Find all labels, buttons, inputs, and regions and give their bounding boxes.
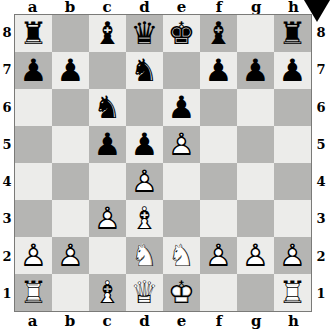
square-b7[interactable]: ♟	[52, 52, 89, 89]
piece-white-knight[interactable]: ♞♘	[126, 237, 163, 274]
square-g6[interactable]	[237, 89, 274, 126]
square-g8[interactable]	[237, 15, 274, 52]
piece-black-bishop[interactable]: ♝	[200, 15, 237, 52]
rank-label-7: 7	[0, 51, 14, 88]
rank-label-2: 2	[312, 238, 330, 275]
square-e8[interactable]: ♚	[163, 15, 200, 52]
square-c4[interactable]	[89, 163, 126, 200]
file-label-d: d	[126, 0, 163, 15]
square-f5[interactable]	[200, 126, 237, 163]
piece-white-pawn[interactable]: ♟♙	[274, 237, 311, 274]
piece-white-pawn[interactable]: ♟♙	[126, 163, 163, 200]
piece-white-rook[interactable]: ♜♖	[274, 274, 311, 311]
piece-outline-layer: ♙	[237, 237, 274, 274]
square-b6[interactable]	[52, 89, 89, 126]
rank-label-1: 1	[0, 275, 14, 312]
rank-label-4: 4	[312, 163, 330, 200]
rank-label-2: 2	[0, 238, 14, 275]
file-label-e: e	[163, 312, 200, 330]
file-label-d: d	[126, 312, 163, 330]
piece-black-pawn[interactable]: ♟	[200, 52, 237, 89]
rank-label-5: 5	[0, 126, 14, 163]
square-e1[interactable]: ♚♔	[163, 274, 200, 311]
piece-outline-layer: ♙	[163, 126, 200, 163]
file-label-a: a	[14, 0, 51, 15]
piece-white-knight[interactable]: ♞♘	[163, 237, 200, 274]
piece-outline-layer: ♙	[52, 237, 89, 274]
square-g5[interactable]	[237, 126, 274, 163]
rank-label-3: 3	[312, 200, 330, 237]
piece-white-pawn[interactable]: ♟♙	[200, 237, 237, 274]
square-b1[interactable]	[52, 274, 89, 311]
square-h7[interactable]: ♟	[274, 52, 311, 89]
piece-outline-layer: ♖	[15, 274, 52, 311]
file-label-f: f	[200, 0, 237, 15]
square-f2[interactable]: ♟♙	[200, 237, 237, 274]
square-b5[interactable]	[52, 126, 89, 163]
piece-white-pawn[interactable]: ♟♙	[52, 237, 89, 274]
square-f3[interactable]	[200, 200, 237, 237]
piece-outline-layer: ♗	[126, 200, 163, 237]
square-c2[interactable]	[89, 237, 126, 274]
piece-white-queen[interactable]: ♛♕	[126, 274, 163, 311]
piece-white-rook[interactable]: ♜♖	[15, 274, 52, 311]
black-to-move-triangle-icon	[304, 0, 330, 22]
rank-label-5: 5	[312, 126, 330, 163]
piece-outline-layer: ♕	[126, 274, 163, 311]
square-f6[interactable]	[200, 89, 237, 126]
square-e6[interactable]: ♟	[163, 89, 200, 126]
piece-white-pawn[interactable]: ♟♙	[163, 126, 200, 163]
square-f8[interactable]: ♝	[200, 15, 237, 52]
square-d1[interactable]: ♛♕	[126, 274, 163, 311]
piece-white-pawn[interactable]: ♟♙	[237, 237, 274, 274]
rank-labels-right: 87654321	[312, 14, 330, 312]
square-a6[interactable]	[15, 89, 52, 126]
square-d8[interactable]: ♛	[126, 15, 163, 52]
piece-white-bishop[interactable]: ♝♗	[126, 200, 163, 237]
file-label-b: b	[51, 312, 88, 330]
piece-white-bishop[interactable]: ♝♗	[89, 274, 126, 311]
rank-label-7: 7	[312, 51, 330, 88]
square-b8[interactable]	[52, 15, 89, 52]
file-labels-top: abcdefgh	[14, 0, 312, 15]
file-labels-bottom: abcdefgh	[14, 312, 312, 330]
square-a7[interactable]: ♟	[15, 52, 52, 89]
piece-outline-layer: ♙	[15, 237, 52, 274]
square-c5[interactable]: ♟	[89, 126, 126, 163]
file-label-a: a	[14, 312, 51, 330]
rank-label-6: 6	[0, 89, 14, 126]
rank-label-8: 8	[0, 14, 14, 51]
piece-outline-layer: ♙	[274, 237, 311, 274]
piece-black-queen[interactable]: ♛	[126, 15, 163, 52]
piece-black-pawn[interactable]: ♟	[237, 52, 274, 89]
square-a1[interactable]: ♜♖	[15, 274, 52, 311]
piece-outline-layer: ♖	[274, 274, 311, 311]
file-label-f: f	[200, 312, 237, 330]
square-e7[interactable]	[163, 52, 200, 89]
square-d7[interactable]: ♞	[126, 52, 163, 89]
rank-label-3: 3	[0, 200, 14, 237]
piece-black-pawn[interactable]: ♟	[274, 52, 311, 89]
piece-white-king[interactable]: ♚♔	[163, 274, 200, 311]
board: ♜♝♛♚♝♜♟♟♞♟♟♟♞♟♟♟♟♙♟♙♟♙♝♗♟♙♟♙♞♘♞♘♟♙♟♙♟♙♜♖…	[14, 14, 312, 312]
square-d6[interactable]	[126, 89, 163, 126]
piece-outline-layer: ♔	[163, 274, 200, 311]
square-d4[interactable]: ♟♙	[126, 163, 163, 200]
piece-outline-layer: ♘	[163, 237, 200, 274]
square-g7[interactable]: ♟	[237, 52, 274, 89]
square-c1[interactable]: ♝♗	[89, 274, 126, 311]
square-g1[interactable]	[237, 274, 274, 311]
square-c8[interactable]: ♝	[89, 15, 126, 52]
square-h4[interactable]	[274, 163, 311, 200]
piece-outline-layer: ♗	[89, 274, 126, 311]
piece-black-rook[interactable]: ♜	[15, 15, 52, 52]
piece-white-pawn[interactable]: ♟♙	[15, 237, 52, 274]
square-h1[interactable]: ♜♖	[274, 274, 311, 311]
file-label-g: g	[238, 312, 275, 330]
file-label-c: c	[89, 312, 126, 330]
square-a4[interactable]	[15, 163, 52, 200]
square-g2[interactable]: ♟♙	[237, 237, 274, 274]
square-e5[interactable]: ♟♙	[163, 126, 200, 163]
piece-black-knight[interactable]: ♞	[126, 52, 163, 89]
square-f1[interactable]	[200, 274, 237, 311]
piece-black-king[interactable]: ♚	[163, 15, 200, 52]
file-label-c: c	[89, 0, 126, 15]
square-a5[interactable]	[15, 126, 52, 163]
piece-black-pawn[interactable]: ♟	[52, 52, 89, 89]
piece-outline-layer: ♙	[89, 200, 126, 237]
rank-label-4: 4	[0, 163, 14, 200]
square-c3[interactable]: ♟♙	[89, 200, 126, 237]
square-f7[interactable]: ♟	[200, 52, 237, 89]
square-h6[interactable]	[274, 89, 311, 126]
piece-outline-layer: ♘	[126, 237, 163, 274]
square-h5[interactable]	[274, 126, 311, 163]
piece-black-pawn[interactable]: ♟	[163, 89, 200, 126]
square-h3[interactable]	[274, 200, 311, 237]
piece-outline-layer: ♙	[126, 163, 163, 200]
square-c6[interactable]: ♞	[89, 89, 126, 126]
square-a8[interactable]: ♜	[15, 15, 52, 52]
piece-black-bishop[interactable]: ♝	[89, 15, 126, 52]
piece-black-pawn[interactable]: ♟	[15, 52, 52, 89]
piece-black-pawn[interactable]: ♟	[126, 126, 163, 163]
rank-label-6: 6	[312, 89, 330, 126]
rank-label-1: 1	[312, 275, 330, 312]
file-label-h: h	[275, 312, 312, 330]
square-a2[interactable]: ♟♙	[15, 237, 52, 274]
square-e3[interactable]	[163, 200, 200, 237]
square-d2[interactable]: ♞♘	[126, 237, 163, 274]
piece-white-pawn[interactable]: ♟♙	[89, 200, 126, 237]
square-b2[interactable]: ♟♙	[52, 237, 89, 274]
square-e2[interactable]: ♞♘	[163, 237, 200, 274]
square-b4[interactable]	[52, 163, 89, 200]
file-label-e: e	[163, 0, 200, 15]
square-f4[interactable]	[200, 163, 237, 200]
square-g4[interactable]	[237, 163, 274, 200]
square-e4[interactable]	[163, 163, 200, 200]
piece-black-knight[interactable]: ♞	[89, 89, 126, 126]
square-d5[interactable]: ♟	[126, 126, 163, 163]
square-a3[interactable]	[15, 200, 52, 237]
chess-board-diagram: abcdefgh 87654321 ♜♝♛♚♝♜♟♟♞♟♟♟♞♟♟♟♟♙♟♙♟♙…	[0, 0, 330, 330]
piece-black-pawn[interactable]: ♟	[89, 126, 126, 163]
piece-outline-layer: ♙	[200, 237, 237, 274]
square-b3[interactable]	[52, 200, 89, 237]
square-g3[interactable]	[237, 200, 274, 237]
square-h2[interactable]: ♟♙	[274, 237, 311, 274]
rank-labels-left: 87654321	[0, 14, 14, 312]
square-c7[interactable]	[89, 52, 126, 89]
square-d3[interactable]: ♝♗	[126, 200, 163, 237]
file-label-b: b	[51, 0, 88, 15]
file-label-g: g	[238, 0, 275, 15]
